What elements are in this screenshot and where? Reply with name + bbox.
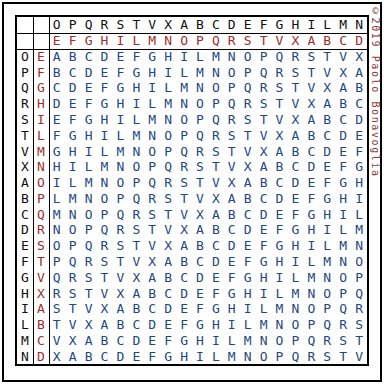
grid-cell: R: [160, 175, 176, 191]
grid-cell: F: [49, 127, 65, 143]
grid-cell: B: [112, 317, 128, 333]
grid-cell: H: [144, 64, 160, 80]
grid-cell: D: [208, 254, 224, 270]
grid-cell: A: [128, 285, 144, 301]
row-key-outer-cell: M: [17, 332, 33, 348]
grid-cell: E: [272, 206, 288, 222]
grid-cell: X: [81, 317, 97, 333]
grid-cell: I: [224, 317, 240, 333]
grid-cell: G: [224, 285, 240, 301]
grid-cell: G: [208, 301, 224, 317]
grid-cell: B: [192, 238, 208, 254]
col-key-inner-cell: B: [319, 33, 335, 49]
grid-cell: F: [81, 96, 97, 112]
grid-cell: H: [49, 159, 65, 175]
col-key-inner-cell: Q: [208, 33, 224, 49]
col-key-outer-cell: M: [335, 17, 351, 33]
grid-cell: A: [208, 206, 224, 222]
grid-cell: M: [176, 80, 192, 96]
grid-cell: Q: [287, 348, 303, 364]
grid-cell: O: [65, 222, 81, 238]
grid-cell: M: [160, 96, 176, 112]
grid-cell: V: [303, 80, 319, 96]
grid-cell: N: [287, 301, 303, 317]
grid-cell: A: [287, 127, 303, 143]
grid-cell: H: [112, 96, 128, 112]
grid-cell: X: [176, 222, 192, 238]
grid-cell: O: [319, 285, 335, 301]
grid-cell: N: [192, 80, 208, 96]
row-key-outer-cell: S: [17, 112, 33, 128]
row-key-outer-cell: A: [17, 175, 33, 191]
grid-cell: C: [160, 285, 176, 301]
grid-cell: X: [97, 301, 113, 317]
grid-cell: F: [319, 175, 335, 191]
grid-cell: G: [97, 96, 113, 112]
grid-cell: T: [160, 206, 176, 222]
grid-cell: D: [144, 317, 160, 333]
grid-cell: G: [351, 159, 367, 175]
grid-cell: H: [97, 112, 113, 128]
grid-cell: Q: [49, 269, 65, 285]
col-key-outer-cell: A: [176, 17, 192, 33]
row-key-outer-cell: L: [17, 317, 33, 333]
row-key-outer-cell: B: [17, 190, 33, 206]
grid-cell: V: [287, 96, 303, 112]
grid-cell: L: [192, 49, 208, 65]
grid-cell: L: [240, 317, 256, 333]
grid-cell: R: [287, 49, 303, 65]
grid-cell: B: [351, 80, 367, 96]
grid-cell: I: [335, 206, 351, 222]
grid-cell: I: [128, 96, 144, 112]
grid-cell: C: [112, 332, 128, 348]
grid-cell: B: [240, 190, 256, 206]
grid-cell: R: [176, 159, 192, 175]
grid-cell: M: [49, 206, 65, 222]
grid-cell: R: [303, 348, 319, 364]
grid-cell: S: [128, 222, 144, 238]
grid-cell: Q: [319, 317, 335, 333]
row-key-outer-cell: H: [17, 285, 33, 301]
grid-cell: L: [335, 222, 351, 238]
col-key-outer-cell: V: [144, 17, 160, 33]
grid-cell: C: [176, 269, 192, 285]
grid-cell: V: [351, 348, 367, 364]
grid-cell: G: [319, 190, 335, 206]
row-key-outer-cell: C: [17, 206, 33, 222]
grid-cell: I: [65, 159, 81, 175]
row-key-outer-cell: D: [17, 222, 33, 238]
grid-cell: O: [303, 301, 319, 317]
grid-cell: L: [303, 254, 319, 270]
col-key-outer-cell: X: [160, 17, 176, 33]
grid-cell: C: [272, 175, 288, 191]
grid-cell: D: [287, 175, 303, 191]
row-key-outer-cell: E: [17, 238, 33, 254]
grid-cell: Q: [128, 190, 144, 206]
grid-cell: Q: [256, 64, 272, 80]
grid-cell: F: [224, 269, 240, 285]
grid-cell: C: [287, 159, 303, 175]
grid-cell: F: [160, 332, 176, 348]
grid-cell: E: [319, 159, 335, 175]
grid-cell: E: [160, 317, 176, 333]
grid-cell: P: [351, 269, 367, 285]
grid-cell: V: [256, 127, 272, 143]
grid-cell: D: [224, 238, 240, 254]
grid-cell: A: [303, 112, 319, 128]
grid-cell: F: [303, 190, 319, 206]
grid-cell: P: [97, 206, 113, 222]
copyright-text: ©2019 Paolo Bonavoglia: [370, 5, 381, 178]
grid-cell: Q: [240, 80, 256, 96]
grid-cell: L: [256, 301, 272, 317]
grid-cell: M: [192, 64, 208, 80]
row-key-inner-cell: H: [33, 96, 49, 112]
grid-cell: N: [176, 96, 192, 112]
grid-cell: V: [335, 49, 351, 65]
grid-cell: S: [208, 143, 224, 159]
grid-cell: T: [272, 96, 288, 112]
grid-cell: S: [112, 238, 128, 254]
grid-cell: E: [176, 301, 192, 317]
grid-cell: E: [208, 269, 224, 285]
grid-cell: O: [144, 143, 160, 159]
grid-cell: C: [144, 301, 160, 317]
grid-cell: F: [240, 254, 256, 270]
row-key-inner-cell: I: [33, 112, 49, 128]
row-key-inner-cell: A: [33, 301, 49, 317]
grid-cell: T: [303, 64, 319, 80]
grid-cell: A: [319, 96, 335, 112]
grid-cell: M: [81, 175, 97, 191]
grid-cell: D: [192, 269, 208, 285]
col-key-inner-cell: F: [65, 33, 81, 49]
grid-cell: T: [224, 143, 240, 159]
grid-cell: I: [303, 238, 319, 254]
grid-cell: A: [97, 317, 113, 333]
grid-cell: B: [176, 254, 192, 270]
grid-cell: V: [97, 285, 113, 301]
grid-cell: V: [112, 269, 128, 285]
grid-cell: B: [65, 49, 81, 65]
grid-cell: C: [208, 238, 224, 254]
col-key-inner-cell: O: [176, 33, 192, 49]
grid-cell: V: [240, 143, 256, 159]
grid-cell: T: [49, 317, 65, 333]
grid-cell: H: [176, 348, 192, 364]
grid-cell: H: [319, 206, 335, 222]
grid-cell: X: [144, 254, 160, 270]
grid-cell: C: [49, 80, 65, 96]
grid-cell: M: [335, 238, 351, 254]
grid-cell: F: [128, 49, 144, 65]
grid-cell: E: [351, 127, 367, 143]
grid-cell: O: [208, 80, 224, 96]
grid-cell: A: [224, 190, 240, 206]
col-key-outer-cell: B: [192, 17, 208, 33]
grid-cell: T: [97, 269, 113, 285]
grid-cell: D: [160, 301, 176, 317]
grid-cell: N: [208, 64, 224, 80]
grid-cell: M: [319, 254, 335, 270]
row-key-inner-cell: B: [33, 317, 49, 333]
row-key-outer-cell: Q: [17, 80, 33, 96]
grid-cell: A: [144, 269, 160, 285]
grid-cell: C: [240, 206, 256, 222]
grid-cell: I: [240, 301, 256, 317]
grid-cell: T: [112, 254, 128, 270]
grid-cell: M: [351, 222, 367, 238]
col-key-outer-cell: H: [287, 17, 303, 33]
grid-cell: M: [256, 317, 272, 333]
grid-cell: L: [272, 285, 288, 301]
grid-cell: G: [256, 254, 272, 270]
col-key-inner-cell: P: [192, 33, 208, 49]
grid-cell: T: [319, 49, 335, 65]
grid-cell: P: [176, 127, 192, 143]
grid-cell: Q: [176, 143, 192, 159]
grid-cell: E: [65, 96, 81, 112]
col-key-inner-cell: E: [49, 33, 65, 49]
corner-cell: [17, 33, 33, 49]
grid-cell: C: [192, 254, 208, 270]
grid-cell: P: [208, 96, 224, 112]
grid-cell: Q: [303, 332, 319, 348]
grid-cell: M: [224, 348, 240, 364]
grid-cell: P: [160, 143, 176, 159]
grid-cell: N: [49, 222, 65, 238]
grid-cell: D: [240, 222, 256, 238]
row-key-outer-cell: F: [17, 254, 33, 270]
grid-cell: N: [240, 348, 256, 364]
grid-cell: S: [65, 285, 81, 301]
grid-cell: L: [176, 64, 192, 80]
grid-cell: R: [128, 206, 144, 222]
grid-cell: O: [240, 49, 256, 65]
grid-cell: T: [240, 127, 256, 143]
row-key-outer-cell: P: [17, 64, 33, 80]
grid-cell: X: [224, 175, 240, 191]
row-key-inner-cell: C: [33, 332, 49, 348]
grid-cell: R: [335, 317, 351, 333]
grid-cell: D: [303, 159, 319, 175]
grid-cell: X: [256, 143, 272, 159]
grid-cell: X: [128, 269, 144, 285]
grid-cell: E: [81, 80, 97, 96]
grid-cell: X: [335, 64, 351, 80]
col-key-inner-cell: N: [160, 33, 176, 49]
grid-cell: L: [144, 96, 160, 112]
col-key-outer-cell: S: [112, 17, 128, 33]
row-key-outer-cell: R: [17, 96, 33, 112]
grid-cell: H: [81, 127, 97, 143]
col-key-inner-cell: S: [240, 33, 256, 49]
grid-cell: I: [144, 80, 160, 96]
grid-cell: M: [240, 332, 256, 348]
grid-cell: G: [81, 112, 97, 128]
grid-cell: H: [224, 301, 240, 317]
grid-cell: N: [160, 112, 176, 128]
grid-cell: N: [81, 190, 97, 206]
grid-cell: X: [49, 348, 65, 364]
grid-cell: C: [335, 112, 351, 128]
col-key-inner-cell: D: [351, 33, 367, 49]
grid-cell: P: [303, 317, 319, 333]
col-key-inner-cell: T: [256, 33, 272, 49]
grid-cell: L: [128, 112, 144, 128]
grid-cell: N: [272, 317, 288, 333]
grid-cell: Q: [208, 112, 224, 128]
grid-cell: T: [335, 348, 351, 364]
col-key-outer-cell: N: [351, 17, 367, 33]
grid-line-vertical: [49, 17, 50, 364]
grid-cell: Q: [81, 238, 97, 254]
grid-cell: I: [208, 332, 224, 348]
row-key-outer-cell: O: [17, 49, 33, 65]
grid-cell: P: [256, 49, 272, 65]
grid-cell: R: [97, 238, 113, 254]
grid-cell: D: [335, 127, 351, 143]
grid-cell: C: [65, 64, 81, 80]
row-key-inner-cell: M: [33, 143, 49, 159]
corner-cell: [33, 17, 49, 33]
row-key-outer-cell: G: [17, 269, 33, 285]
grid-cell: T: [176, 190, 192, 206]
grid-cell: R: [208, 127, 224, 143]
grid-cell: A: [192, 222, 208, 238]
grid-cell: H: [335, 190, 351, 206]
row-key-inner-cell: T: [33, 254, 49, 270]
grid-cell: E: [224, 254, 240, 270]
grid-line-vertical: [33, 17, 34, 364]
grid-cell: S: [81, 269, 97, 285]
col-key-outer-cell: G: [272, 17, 288, 33]
grid-cell: N: [128, 143, 144, 159]
grid-cell: L: [208, 348, 224, 364]
grid-cell: F: [192, 301, 208, 317]
grid-cell: M: [287, 285, 303, 301]
grid-cell: E: [240, 238, 256, 254]
row-key-outer-cell: V: [17, 143, 33, 159]
grid-cell: N: [97, 175, 113, 191]
grid-cell: H: [192, 332, 208, 348]
grid-cell: C: [224, 222, 240, 238]
grid-cell: B: [272, 159, 288, 175]
grid-cell: N: [303, 285, 319, 301]
grid-cell: T: [287, 80, 303, 96]
grid-cell: E: [112, 49, 128, 65]
grid-cell: S: [272, 80, 288, 96]
grid-cell: T: [256, 112, 272, 128]
grid-cell: I: [192, 348, 208, 364]
grid-cell: S: [303, 49, 319, 65]
corner-cell: [33, 33, 49, 49]
col-key-outer-cell: F: [256, 17, 272, 33]
grid-line-horizontal: [17, 49, 367, 50]
grid-cell: I: [160, 64, 176, 80]
grid-cell: B: [335, 96, 351, 112]
grid-cell: M: [208, 49, 224, 65]
grid-cell: S: [256, 96, 272, 112]
grid-cell: H: [351, 175, 367, 191]
grid-cell: V: [224, 159, 240, 175]
grid-cell: I: [272, 269, 288, 285]
grid-cell: D: [49, 96, 65, 112]
grid-cell: I: [351, 190, 367, 206]
grid-cell: R: [351, 301, 367, 317]
grid-cell: P: [65, 238, 81, 254]
grid-cell: G: [240, 269, 256, 285]
row-key-inner-cell: F: [33, 64, 49, 80]
grid-cell: A: [176, 238, 192, 254]
grid-cell: M: [97, 159, 113, 175]
grid-cell: B: [160, 269, 176, 285]
grid-cell: D: [176, 285, 192, 301]
grid-cell: S: [144, 206, 160, 222]
grid-cell: P: [49, 254, 65, 270]
grid-cell: S: [97, 254, 113, 270]
col-key-inner-cell: R: [224, 33, 240, 49]
grid-cell: E: [97, 64, 113, 80]
grid-cell: M: [303, 269, 319, 285]
grid-cell: B: [287, 143, 303, 159]
row-key-inner-cell: O: [33, 175, 49, 191]
grid-cell: T: [351, 332, 367, 348]
grid-cell: R: [256, 80, 272, 96]
grid-cell: V: [272, 112, 288, 128]
grid-cell: P: [144, 159, 160, 175]
grid-cell: F: [176, 317, 192, 333]
grid-cell: T: [65, 301, 81, 317]
grid-cell: F: [97, 80, 113, 96]
grid-cell: F: [256, 238, 272, 254]
grid-cell: B: [319, 112, 335, 128]
grid-cell: O: [256, 348, 272, 364]
grid-cell: X: [208, 190, 224, 206]
grid-cell: R: [112, 222, 128, 238]
row-key-inner-cell: S: [33, 238, 49, 254]
grid-cell: Q: [192, 127, 208, 143]
corner-cell: [17, 17, 33, 33]
grid-cell: R: [144, 190, 160, 206]
grid-cell: M: [144, 112, 160, 128]
grid-cell: C: [256, 190, 272, 206]
grid-cell: T: [128, 238, 144, 254]
grid-cell: B: [256, 175, 272, 191]
grid-cell: H: [240, 285, 256, 301]
grid-cell: D: [65, 80, 81, 96]
grid-cell: Q: [272, 49, 288, 65]
grid-cell: R: [319, 332, 335, 348]
grid-cell: L: [65, 175, 81, 191]
grid-cell: V: [192, 190, 208, 206]
tabula-recta: OPQRSTVXABCDEFGHILMNEFGHILMNOPQRSTVXABCD…: [15, 15, 369, 366]
grid-cell: Q: [335, 301, 351, 317]
grid-cell: N: [256, 332, 272, 348]
grid-cell: I: [49, 175, 65, 191]
grid-cell: E: [144, 332, 160, 348]
grid-cell: V: [144, 238, 160, 254]
grid-cell: C: [303, 143, 319, 159]
row-key-inner-cell: L: [33, 127, 49, 143]
row-key-inner-cell: V: [33, 269, 49, 285]
grid-cell: H: [208, 317, 224, 333]
grid-cell: F: [144, 348, 160, 364]
grid-cell: S: [176, 175, 192, 191]
grid-cell: E: [303, 175, 319, 191]
